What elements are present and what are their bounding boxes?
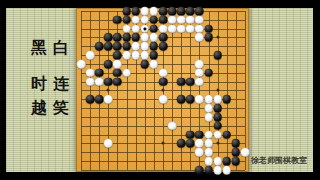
black-stone (113, 77, 122, 86)
black-stone (140, 60, 149, 69)
white-stone (195, 33, 204, 42)
white-stone (241, 148, 250, 157)
grid-line-vertical (172, 11, 173, 170)
black-stone (213, 113, 222, 122)
white-stone (195, 148, 204, 157)
black-stone (113, 69, 122, 78)
black-stone (186, 139, 195, 148)
black-stone (232, 139, 241, 148)
black-stone (95, 95, 104, 104)
white-stone (213, 157, 222, 166)
black-stone (150, 51, 159, 60)
white-stone (159, 69, 168, 78)
black-stone (222, 95, 231, 104)
star-point (161, 89, 164, 92)
white-stone (122, 24, 131, 33)
white-stone (150, 33, 159, 42)
black-stone (177, 77, 186, 86)
black-stone (113, 16, 122, 25)
watermark-text: 徐老师围棋教室 (251, 155, 313, 166)
black-stone (204, 24, 213, 33)
star-point (216, 36, 219, 39)
white-stone (150, 7, 159, 16)
white-stone (204, 95, 213, 104)
black-stone (186, 77, 195, 86)
black-stone (159, 16, 168, 25)
black-stone (150, 16, 159, 25)
black-stone (177, 139, 186, 148)
white-stone (86, 51, 95, 60)
white-stone (140, 33, 149, 42)
white-stone (177, 16, 186, 25)
black-stone (159, 7, 168, 16)
black-stone (113, 42, 122, 51)
white-stone (159, 24, 168, 33)
star-point (161, 142, 164, 145)
black-stone (186, 130, 195, 139)
white-stone (122, 69, 131, 78)
white-stone (104, 139, 113, 148)
black-stone (122, 42, 131, 51)
white-stone (131, 42, 140, 51)
black-stone (186, 95, 195, 104)
grid-line-horizontal (81, 152, 245, 153)
white-stone (104, 95, 113, 104)
black-stone (113, 51, 122, 60)
white-stone (140, 51, 149, 60)
black-stone (222, 130, 231, 139)
last-move-marker (143, 27, 146, 30)
black-player-name-char-2: 越 (31, 100, 47, 116)
black-stone (195, 166, 204, 175)
white-stone (131, 24, 140, 33)
black-stone (177, 95, 186, 104)
black-stone (104, 33, 113, 42)
black-stone (195, 130, 204, 139)
black-stone (113, 33, 122, 42)
white-stone (195, 16, 204, 25)
white-stone (195, 24, 204, 33)
white-stone (186, 16, 195, 25)
black-stone (86, 95, 95, 104)
video-frame: 黑 时 越 白 连 笑 徐老师围棋教室 (0, 0, 320, 180)
white-stone (131, 51, 140, 60)
white-stone (159, 95, 168, 104)
white-stone (195, 95, 204, 104)
star-point (216, 142, 219, 145)
white-stone (122, 51, 131, 60)
white-player-name-char-1: 连 (53, 76, 69, 92)
white-stone (213, 95, 222, 104)
black-stone (232, 157, 241, 166)
black-stone (122, 16, 131, 25)
white-stone (204, 104, 213, 113)
black-stone (204, 69, 213, 78)
black-stone (159, 42, 168, 51)
white-stone (213, 130, 222, 139)
white-stone (140, 16, 149, 25)
black-stone (104, 42, 113, 51)
star-point (107, 89, 110, 92)
white-stone (86, 69, 95, 78)
black-stone (150, 42, 159, 51)
white-stone (86, 77, 95, 86)
black-stone (177, 7, 186, 16)
black-stone (195, 7, 204, 16)
black-stone (131, 7, 140, 16)
black-stone (204, 166, 213, 175)
grid-line-vertical (245, 11, 246, 170)
black-stone (95, 69, 104, 78)
black-stone (95, 42, 104, 51)
white-stone (113, 60, 122, 69)
white-stone (140, 7, 149, 16)
white-player-label: 白 (53, 40, 69, 56)
white-stone (204, 148, 213, 157)
black-stone (213, 104, 222, 113)
white-stone (195, 69, 204, 78)
go-board[interactable] (76, 8, 249, 172)
black-stone (104, 60, 113, 69)
black-stone (213, 121, 222, 130)
black-stone (159, 33, 168, 42)
white-stone (150, 60, 159, 69)
black-stone (232, 148, 241, 157)
black-stone (122, 33, 131, 42)
black-stone (222, 157, 231, 166)
black-stone (131, 33, 140, 42)
white-stone (77, 60, 86, 69)
white-stone-last-move (140, 24, 149, 33)
black-stone (186, 7, 195, 16)
black-stone (213, 51, 222, 60)
white-stone (131, 16, 140, 25)
grid-line-vertical (227, 11, 228, 170)
black-stone (204, 33, 213, 42)
black-stone (104, 77, 113, 86)
black-stone (150, 24, 159, 33)
white-stone (186, 24, 195, 33)
white-player-name-char-2: 笑 (53, 100, 69, 116)
star-point (216, 89, 219, 92)
white-stone (95, 77, 104, 86)
white-stone (168, 121, 177, 130)
white-stone (204, 139, 213, 148)
black-stone (159, 77, 168, 86)
white-stone (195, 60, 204, 69)
white-stone (213, 166, 222, 175)
black-player-name-char-1: 时 (31, 76, 47, 92)
white-stone (195, 139, 204, 148)
white-stone (140, 42, 149, 51)
white-stone (204, 113, 213, 122)
black-player-label: 黑 (31, 40, 47, 56)
white-stone (222, 166, 231, 175)
white-stone (195, 77, 204, 86)
white-stone (168, 24, 177, 33)
white-stone (204, 157, 213, 166)
black-stone (122, 7, 131, 16)
black-stone (168, 7, 177, 16)
white-stone (168, 16, 177, 25)
white-stone (177, 24, 186, 33)
white-stone (204, 130, 213, 139)
